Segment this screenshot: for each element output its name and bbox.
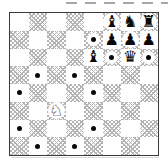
square-a7[interactable] [10, 31, 29, 49]
move-marker-h6 [146, 55, 151, 60]
square-g5[interactable] [121, 66, 140, 84]
square-f8[interactable]: ♝ [103, 13, 122, 31]
square-g6[interactable]: ♛ [121, 49, 140, 67]
square-c5[interactable] [47, 66, 66, 84]
square-f7[interactable]: ♟ [103, 31, 122, 49]
move-marker-e7 [91, 37, 96, 42]
square-b2[interactable] [29, 120, 48, 138]
board-shadow [11, 157, 159, 158]
square-c2[interactable] [47, 120, 66, 138]
square-d6[interactable] [66, 49, 85, 67]
square-e2[interactable] [84, 120, 103, 138]
move-marker-e2 [91, 126, 96, 131]
square-b4[interactable] [29, 84, 48, 102]
square-e6[interactable]: ♝ [84, 49, 103, 67]
piece-black-queen-g6[interactable]: ♛ [122, 49, 139, 66]
square-f1[interactable] [103, 137, 122, 155]
square-e3[interactable] [84, 102, 103, 120]
square-b3[interactable] [29, 102, 48, 120]
square-f5[interactable] [103, 66, 122, 84]
piece-black-pawn-g7[interactable]: ♟ [122, 31, 139, 48]
square-h4[interactable] [140, 84, 159, 102]
square-a8[interactable] [10, 13, 29, 31]
square-f4[interactable] [103, 84, 122, 102]
square-e8[interactable] [84, 13, 103, 31]
square-g8[interactable]: ♞ [121, 13, 140, 31]
square-b6[interactable] [29, 49, 48, 67]
square-c4[interactable] [47, 84, 66, 102]
top-edge-rule [66, 2, 168, 4]
piece-black-bishop-f8[interactable]: ♝ [103, 13, 120, 30]
move-marker-b5 [35, 73, 40, 78]
square-f6[interactable] [103, 49, 122, 67]
move-marker-e4 [91, 90, 96, 95]
square-c7[interactable] [47, 31, 66, 49]
square-c1[interactable] [47, 137, 66, 155]
square-a5[interactable] [10, 66, 29, 84]
square-h6[interactable] [140, 49, 159, 67]
square-a6[interactable] [10, 49, 29, 67]
square-e1[interactable] [84, 137, 103, 155]
square-d1[interactable] [66, 137, 85, 155]
square-h7[interactable]: ♟ [140, 31, 159, 49]
square-d4[interactable] [66, 84, 85, 102]
diagram-page: Knight ♝♞♜♟♟♟♝♛♘ [0, 0, 168, 159]
square-d2[interactable] [66, 120, 85, 138]
square-d5[interactable] [66, 66, 85, 84]
square-e4[interactable] [84, 84, 103, 102]
piece-black-rook-h8[interactable]: ♜ [140, 13, 157, 30]
square-g7[interactable]: ♟ [121, 31, 140, 49]
square-c6[interactable] [47, 49, 66, 67]
move-marker-d5 [72, 73, 77, 78]
piece-black-knight-g8[interactable]: ♞ [122, 13, 139, 30]
square-h5[interactable] [140, 66, 159, 84]
square-b5[interactable] [29, 66, 48, 84]
square-f2[interactable] [103, 120, 122, 138]
move-marker-a4 [17, 90, 22, 95]
chess-board: Knight ♝♞♜♟♟♟♝♛♘ [9, 12, 159, 156]
square-g1[interactable] [121, 137, 140, 155]
square-g3[interactable] [121, 102, 140, 120]
square-a2[interactable] [10, 120, 29, 138]
piece-black-pawn-h7[interactable]: ♟ [140, 31, 157, 48]
square-a3[interactable] [10, 102, 29, 120]
square-b1[interactable] [29, 137, 48, 155]
square-a4[interactable] [10, 84, 29, 102]
square-d8[interactable] [66, 13, 85, 31]
move-marker-d1 [72, 144, 77, 149]
move-marker-b1 [35, 144, 40, 149]
square-e7[interactable] [84, 31, 103, 49]
square-b7[interactable] [29, 31, 48, 49]
square-h8[interactable]: ♜ [140, 13, 159, 31]
square-g2[interactable] [121, 120, 140, 138]
piece-black-bishop-e6[interactable]: ♝ [85, 49, 102, 66]
move-marker-a2 [17, 126, 22, 131]
square-b8[interactable] [29, 13, 48, 31]
piece-black-pawn-f7[interactable]: ♟ [103, 31, 120, 48]
square-d7[interactable] [66, 31, 85, 49]
move-marker-f6 [109, 55, 114, 60]
square-h2[interactable] [140, 120, 159, 138]
piece-white-knight-c3[interactable]: ♘ [48, 102, 65, 119]
square-e5[interactable] [84, 66, 103, 84]
square-a1[interactable] [10, 137, 29, 155]
square-h1[interactable] [140, 137, 159, 155]
square-c8[interactable] [47, 13, 66, 31]
square-d3[interactable] [66, 102, 85, 120]
square-f3[interactable] [103, 102, 122, 120]
square-h3[interactable] [140, 102, 159, 120]
square-c3[interactable]: ♘ [47, 102, 66, 120]
square-g4[interactable] [121, 84, 140, 102]
